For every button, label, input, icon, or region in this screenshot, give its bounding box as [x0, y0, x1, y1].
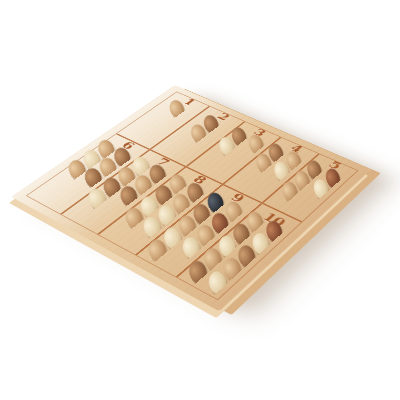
counting-board: 678910 12345: [11, 85, 371, 311]
board-grid: 678910 12345: [26, 92, 359, 301]
scene: 678910 12345: [0, 0, 400, 400]
photo-background: 678910 12345: [0, 0, 400, 400]
